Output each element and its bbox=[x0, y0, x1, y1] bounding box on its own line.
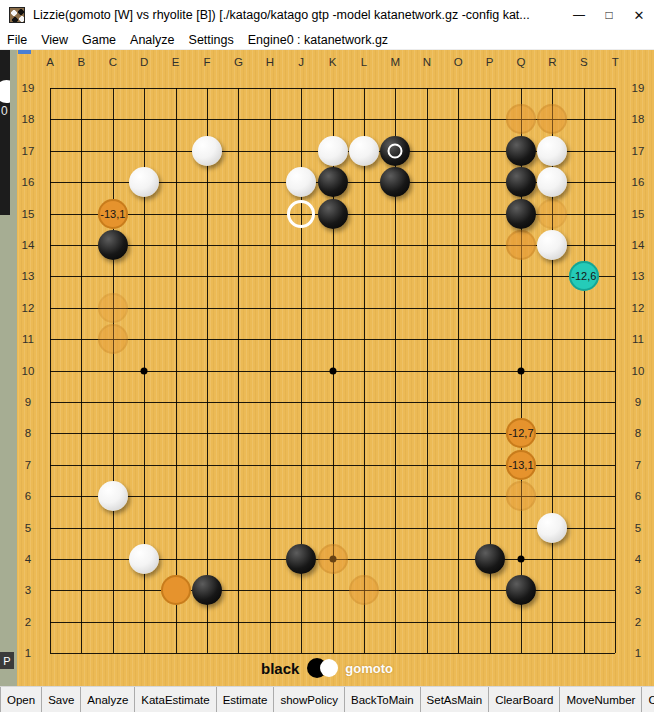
suggestion-move[interactable] bbox=[506, 104, 536, 134]
row-label-left: 14 bbox=[22, 239, 35, 251]
stone-black bbox=[380, 167, 410, 197]
star-point bbox=[141, 367, 148, 374]
row-label-right: 17 bbox=[632, 145, 645, 157]
suggestion-move[interactable] bbox=[537, 199, 567, 229]
suggestion-move[interactable]: -13,1 bbox=[506, 450, 536, 480]
row-label-right: 9 bbox=[635, 396, 641, 408]
row-label-right: 6 bbox=[635, 490, 641, 502]
toolbar-button-backtomain[interactable]: BackToMain bbox=[344, 687, 420, 712]
column-label: S bbox=[580, 56, 588, 68]
grid-line-vertical bbox=[458, 88, 459, 653]
column-label: K bbox=[329, 56, 337, 68]
close-button[interactable]: ✕ bbox=[624, 0, 654, 30]
app-window: Lizzie(gomoto [W] vs rhyolite [B]) [./ka… bbox=[0, 0, 654, 712]
toolbar-button-kataestimate[interactable]: KataEstimate bbox=[134, 687, 215, 712]
title-bar: Lizzie(gomoto [W] vs rhyolite [B]) [./ka… bbox=[0, 0, 654, 30]
column-label: R bbox=[548, 56, 556, 68]
stone-black bbox=[318, 167, 348, 197]
row-label-right: 19 bbox=[632, 82, 645, 94]
row-label-left: 17 bbox=[22, 145, 35, 157]
app-icon bbox=[9, 7, 25, 23]
column-label: M bbox=[391, 56, 401, 68]
row-label-right: 7 bbox=[635, 459, 641, 471]
stone-white bbox=[318, 136, 348, 166]
stone-black bbox=[192, 575, 222, 605]
menu-item-file[interactable]: File bbox=[0, 33, 34, 47]
stone-white bbox=[286, 167, 316, 197]
column-label: T bbox=[612, 56, 619, 68]
grid-line-vertical bbox=[364, 88, 365, 653]
stone-white bbox=[537, 136, 567, 166]
row-label-left: 6 bbox=[25, 490, 31, 502]
column-label: E bbox=[172, 56, 180, 68]
column-label: A bbox=[46, 56, 54, 68]
star-point bbox=[518, 367, 525, 374]
stone-black bbox=[506, 167, 536, 197]
column-label: D bbox=[140, 56, 148, 68]
row-label-left: 5 bbox=[25, 522, 31, 534]
white-stone-icon bbox=[320, 659, 338, 677]
row-label-right: 16 bbox=[632, 176, 645, 188]
suggestion-move[interactable] bbox=[506, 481, 536, 511]
grid-line-vertical bbox=[615, 88, 616, 653]
row-label-left: 15 bbox=[22, 208, 35, 220]
go-board[interactable]: 0 ABCDEFGHJKLMNOPQRST1122334455667788991… bbox=[0, 50, 654, 686]
best-move-suggestion[interactable]: -12,6 bbox=[569, 261, 599, 291]
stone-black bbox=[98, 230, 128, 260]
row-label-right: 11 bbox=[632, 333, 644, 345]
menu-item-engine0[interactable]: Engine0 : katanetwork.gz bbox=[241, 33, 395, 47]
row-label-right: 15 bbox=[632, 208, 645, 220]
column-label: C bbox=[109, 56, 117, 68]
row-label-right: 10 bbox=[632, 365, 645, 377]
row-label-right: 14 bbox=[632, 239, 645, 251]
status-bar: black gomoto bbox=[0, 653, 654, 683]
window-title: Lizzie(gomoto [W] vs rhyolite [B]) [./ka… bbox=[33, 8, 564, 22]
toolbar-button-estimate[interactable]: Estimate bbox=[216, 687, 274, 712]
stone-white bbox=[129, 167, 159, 197]
turn-label: black bbox=[261, 660, 299, 677]
star-point bbox=[329, 367, 336, 374]
row-label-left: 3 bbox=[25, 584, 31, 596]
stone-white bbox=[349, 136, 379, 166]
stone-white bbox=[192, 136, 222, 166]
column-label: G bbox=[234, 56, 243, 68]
player-name-label: gomoto bbox=[345, 661, 393, 676]
row-label-right: 12 bbox=[632, 302, 645, 314]
suggestion-move[interactable]: -13,1 bbox=[98, 199, 128, 229]
menu-item-settings[interactable]: Settings bbox=[182, 33, 241, 47]
column-label: P bbox=[486, 56, 494, 68]
menu-item-analyze[interactable]: Analyze bbox=[123, 33, 181, 47]
row-label-left: 7 bbox=[25, 459, 31, 471]
stone-white bbox=[537, 230, 567, 260]
stone-white bbox=[537, 167, 567, 197]
minimize-button[interactable]: — bbox=[564, 0, 594, 30]
toolbar-button-showpolicy[interactable]: showPolicy bbox=[273, 687, 344, 712]
star-point bbox=[518, 556, 525, 563]
stone-white bbox=[129, 544, 159, 574]
stone-black bbox=[506, 575, 536, 605]
row-label-right: 2 bbox=[635, 616, 641, 628]
toolbar-button-save[interactable]: Save bbox=[41, 687, 80, 712]
suggestion-move[interactable] bbox=[537, 104, 567, 134]
stone-black bbox=[506, 199, 536, 229]
stone-white bbox=[537, 513, 567, 543]
suggestion-move[interactable] bbox=[506, 230, 536, 260]
stone-black bbox=[318, 199, 348, 229]
row-label-left: 19 bbox=[22, 82, 35, 94]
suggestion-move[interactable] bbox=[98, 293, 128, 323]
grid-line-horizontal bbox=[50, 528, 615, 529]
toolbar-button-clearboard[interactable]: ClearBoard bbox=[488, 687, 559, 712]
stone-black bbox=[475, 544, 505, 574]
stone-white bbox=[98, 481, 128, 511]
row-label-right: 3 bbox=[635, 584, 641, 596]
row-label-right: 5 bbox=[635, 522, 641, 534]
menu-item-view[interactable]: View bbox=[34, 33, 75, 47]
grid-line-horizontal bbox=[50, 622, 615, 623]
row-label-left: 10 bbox=[22, 365, 35, 377]
row-label-left: 16 bbox=[22, 176, 35, 188]
suggestion-move[interactable] bbox=[161, 575, 191, 605]
grid-line-horizontal bbox=[50, 402, 615, 403]
row-label-left: 8 bbox=[25, 427, 31, 439]
toolbar-button-coordinates[interactable]: Coordinates bbox=[641, 687, 654, 712]
row-label-right: 13 bbox=[632, 270, 645, 282]
column-label: B bbox=[78, 56, 86, 68]
row-label-left: 18 bbox=[22, 113, 35, 125]
column-label: L bbox=[361, 56, 367, 68]
column-label: F bbox=[203, 56, 210, 68]
board-grid-layer: ABCDEFGHJKLMNOPQRST112233445566778899101… bbox=[0, 50, 654, 686]
toolbar-button-setasmain[interactable]: SetAsMain bbox=[420, 687, 489, 712]
row-label-left: 13 bbox=[22, 270, 35, 282]
stone-black bbox=[506, 136, 536, 166]
grid-line-vertical bbox=[427, 88, 428, 653]
window-controls: —□✕ bbox=[564, 0, 654, 30]
row-label-right: 4 bbox=[635, 553, 641, 565]
stone-black bbox=[286, 544, 316, 574]
suggestion-move[interactable] bbox=[318, 544, 348, 574]
row-label-right: 8 bbox=[635, 427, 641, 439]
row-label-left: 12 bbox=[22, 302, 35, 314]
column-label: H bbox=[266, 56, 274, 68]
suggestion-move[interactable] bbox=[349, 575, 379, 605]
suggestion-move[interactable] bbox=[98, 324, 128, 354]
menu-bar: FileViewGameAnalyzeSettingsEngine0 : kat… bbox=[0, 30, 654, 50]
maximize-button[interactable]: □ bbox=[594, 0, 624, 30]
toolbar-button-open[interactable]: Open bbox=[0, 687, 41, 712]
next-move-marker bbox=[287, 200, 315, 228]
column-label: J bbox=[298, 56, 304, 68]
toolbar-button-analyze[interactable]: Analyze bbox=[80, 687, 134, 712]
row-label-left: 9 bbox=[25, 396, 31, 408]
stone-pair-icon[interactable] bbox=[307, 658, 339, 678]
grid-line-vertical bbox=[584, 88, 585, 653]
toolbar: OpenSaveAnalyzeKataEstimateEstimateshowP… bbox=[0, 686, 654, 712]
row-label-left: 4 bbox=[25, 553, 31, 565]
menu-item-game[interactable]: Game bbox=[75, 33, 123, 47]
suggestion-move[interactable]: -12,7 bbox=[506, 418, 536, 448]
column-label: O bbox=[454, 56, 463, 68]
row-label-left: 2 bbox=[25, 616, 31, 628]
last-move-marker bbox=[388, 143, 403, 158]
row-label-left: 11 bbox=[22, 333, 34, 345]
row-label-right: 18 bbox=[632, 113, 645, 125]
column-label: N bbox=[423, 56, 431, 68]
toolbar-button-movenumber[interactable]: MoveNumber bbox=[559, 687, 641, 712]
column-label: Q bbox=[517, 56, 526, 68]
